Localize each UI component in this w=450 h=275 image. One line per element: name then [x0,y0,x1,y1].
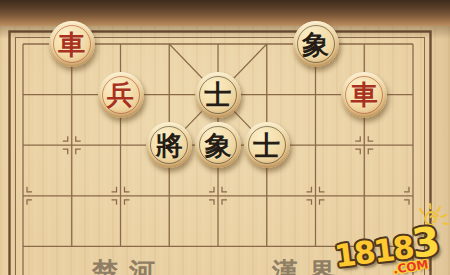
site-logo[interactable]: 18183 .COM [332,190,450,275]
red-chariot-2-piece[interactable]: 車 [341,72,387,118]
red-soldier-piece[interactable]: 兵 [98,72,144,118]
black-elephant-piece[interactable]: 象 [293,21,339,67]
black-advisor-piece[interactable]: 士 [195,72,241,118]
black-elephant-2-piece[interactable]: 象 [195,122,241,168]
xiangqi-game-screen: 楚河 漢界 車象兵士車將象士 18183 .COM [0,0,450,275]
black-general-piece[interactable]: 將 [146,122,192,168]
black-advisor-2-piece[interactable]: 士 [244,122,290,168]
red-chariot-piece[interactable]: 車 [49,21,95,67]
